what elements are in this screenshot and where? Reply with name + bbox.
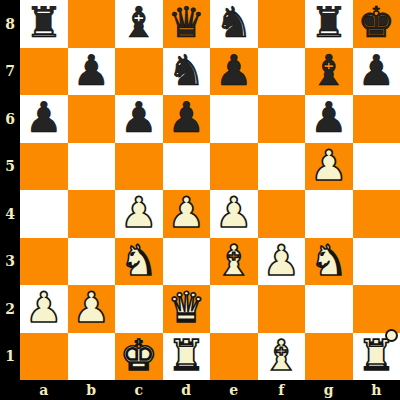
square-e8[interactable]: ♞: [210, 0, 258, 48]
square-g2[interactable]: [305, 285, 353, 333]
square-c3[interactable]: ♞: [115, 238, 163, 286]
file-label-g: g: [305, 380, 353, 400]
square-d4[interactable]: ♟: [163, 190, 211, 238]
square-e3[interactable]: ♝: [210, 238, 258, 286]
file-label-d: d: [163, 380, 211, 400]
square-h7[interactable]: ♟: [353, 48, 400, 96]
square-e1[interactable]: [210, 333, 258, 381]
piece-white-pawn-b2[interactable]: ♟: [72, 284, 110, 332]
piece-white-rook-d1[interactable]: ♜: [167, 332, 205, 380]
square-c1[interactable]: ♚: [115, 333, 163, 381]
square-a1[interactable]: [20, 333, 68, 381]
square-a2[interactable]: ♟: [20, 285, 68, 333]
piece-black-pawn-b7[interactable]: ♟: [72, 47, 110, 95]
piece-black-pawn-h7[interactable]: ♟: [357, 47, 395, 95]
piece-black-bishop-g7[interactable]: ♝: [310, 47, 348, 95]
piece-black-pawn-g6[interactable]: ♟: [310, 94, 348, 142]
square-a3[interactable]: [20, 238, 68, 286]
rank-label-6: 6: [0, 95, 20, 143]
rank-label-8: 8: [0, 0, 20, 48]
square-e2[interactable]: [210, 285, 258, 333]
piece-white-pawn-e4[interactable]: ♟: [215, 189, 253, 237]
piece-white-king-c1[interactable]: ♚: [120, 332, 158, 380]
square-b5[interactable]: [68, 143, 116, 191]
square-d2[interactable]: ♛: [163, 285, 211, 333]
piece-white-pawn-f3[interactable]: ♟: [262, 237, 300, 285]
file-label-a: a: [20, 380, 68, 400]
square-e5[interactable]: [210, 143, 258, 191]
rank-label-1: 1: [0, 333, 20, 381]
square-a6[interactable]: ♟: [20, 95, 68, 143]
square-g4[interactable]: [305, 190, 353, 238]
square-f1[interactable]: ♝: [258, 333, 306, 381]
piece-black-pawn-d6[interactable]: ♟: [167, 94, 205, 142]
chess-board[interactable]: ♜♝♛♞♜♚♟♞♟♝♟♟♟♟♟♟♟♟♟♞♝♟♞♟♟♛♚♜♝♜: [20, 0, 400, 380]
file-label-e: e: [210, 380, 258, 400]
frame-corner: [0, 380, 20, 400]
piece-black-knight-e8[interactable]: ♞: [215, 0, 253, 47]
rank-label-4: 4: [0, 190, 20, 238]
square-c6[interactable]: ♟: [115, 95, 163, 143]
square-f5[interactable]: [258, 143, 306, 191]
square-c2[interactable]: [115, 285, 163, 333]
rank-label-5: 5: [0, 143, 20, 191]
square-f7[interactable]: [258, 48, 306, 96]
square-b3[interactable]: [68, 238, 116, 286]
rank-label-7: 7: [0, 48, 20, 96]
piece-black-pawn-c6[interactable]: ♟: [120, 94, 158, 142]
square-a7[interactable]: [20, 48, 68, 96]
piece-black-knight-d7[interactable]: ♞: [167, 47, 205, 95]
piece-black-queen-d8[interactable]: ♛: [167, 0, 205, 47]
square-d7[interactable]: ♞: [163, 48, 211, 96]
square-c7[interactable]: [115, 48, 163, 96]
piece-black-pawn-e7[interactable]: ♟: [215, 47, 253, 95]
square-g6[interactable]: ♟: [305, 95, 353, 143]
rank-labels: 87654321: [0, 0, 20, 380]
square-e4[interactable]: ♟: [210, 190, 258, 238]
square-c5[interactable]: [115, 143, 163, 191]
square-g1[interactable]: [305, 333, 353, 381]
square-b6[interactable]: [68, 95, 116, 143]
file-label-f: f: [258, 380, 306, 400]
piece-black-pawn-a6[interactable]: ♟: [25, 94, 63, 142]
square-h8[interactable]: ♚: [353, 0, 400, 48]
piece-white-bishop-e3[interactable]: ♝: [215, 237, 253, 285]
square-h5[interactable]: [353, 143, 400, 191]
square-e7[interactable]: ♟: [210, 48, 258, 96]
piece-black-bishop-c8[interactable]: ♝: [120, 0, 158, 47]
square-g5[interactable]: ♟: [305, 143, 353, 191]
file-label-b: b: [68, 380, 116, 400]
piece-white-knight-g3[interactable]: ♞: [310, 237, 348, 285]
square-a5[interactable]: [20, 143, 68, 191]
square-c4[interactable]: ♟: [115, 190, 163, 238]
square-f6[interactable]: [258, 95, 306, 143]
rank-label-3: 3: [0, 238, 20, 286]
square-b2[interactable]: ♟: [68, 285, 116, 333]
piece-white-knight-c3[interactable]: ♞: [120, 237, 158, 285]
square-b4[interactable]: [68, 190, 116, 238]
square-a4[interactable]: [20, 190, 68, 238]
square-h1[interactable]: ♜: [353, 333, 400, 381]
square-d6[interactable]: ♟: [163, 95, 211, 143]
square-b1[interactable]: [68, 333, 116, 381]
file-label-c: c: [115, 380, 163, 400]
square-h3[interactable]: [353, 238, 400, 286]
piece-black-rook-a8[interactable]: ♜: [25, 0, 63, 47]
square-h4[interactable]: [353, 190, 400, 238]
square-b8[interactable]: [68, 0, 116, 48]
piece-white-bishop-f1[interactable]: ♝: [262, 332, 300, 380]
piece-black-king-h8[interactable]: ♚: [357, 0, 395, 47]
piece-white-pawn-d4[interactable]: ♟: [167, 189, 205, 237]
square-e6[interactable]: [210, 95, 258, 143]
square-c8[interactable]: ♝: [115, 0, 163, 48]
piece-white-queen-d2[interactable]: ♛: [167, 284, 205, 332]
square-h6[interactable]: [353, 95, 400, 143]
square-b7[interactable]: ♟: [68, 48, 116, 96]
piece-black-rook-g8[interactable]: ♜: [310, 0, 348, 47]
rank-label-2: 2: [0, 285, 20, 333]
square-d5[interactable]: [163, 143, 211, 191]
piece-white-pawn-g5[interactable]: ♟: [310, 142, 348, 190]
square-d8[interactable]: ♛: [163, 0, 211, 48]
square-f3[interactable]: ♟: [258, 238, 306, 286]
square-g7[interactable]: ♝: [305, 48, 353, 96]
square-d1[interactable]: ♜: [163, 333, 211, 381]
square-f4[interactable]: [258, 190, 306, 238]
piece-white-pawn-c4[interactable]: ♟: [120, 189, 158, 237]
square-f8[interactable]: [258, 0, 306, 48]
square-h2[interactable]: [353, 285, 400, 333]
move-indicator-circle-h1: [385, 329, 398, 342]
square-a8[interactable]: ♜: [20, 0, 68, 48]
file-labels: abcdefgh: [20, 380, 400, 400]
file-label-h: h: [353, 380, 400, 400]
square-d3[interactable]: [163, 238, 211, 286]
square-g8[interactable]: ♜: [305, 0, 353, 48]
square-f2[interactable]: [258, 285, 306, 333]
piece-white-pawn-a2[interactable]: ♟: [25, 284, 63, 332]
square-g3[interactable]: ♞: [305, 238, 353, 286]
chess-board-frame: 87654321 ♜♝♛♞♜♚♟♞♟♝♟♟♟♟♟♟♟♟♟♞♝♟♞♟♟♛♚♜♝♜ …: [0, 0, 400, 400]
